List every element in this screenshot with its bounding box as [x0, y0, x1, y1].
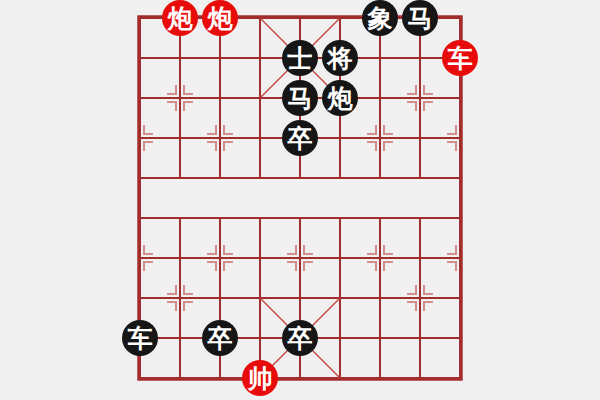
point-5-9: 卒 [280, 318, 320, 358]
point-3-6 [200, 198, 240, 238]
point-1-6 [120, 198, 160, 238]
point-4-5 [240, 158, 280, 198]
point-2-2 [160, 38, 200, 78]
point-1-8 [120, 278, 160, 318]
point-8-4 [400, 118, 440, 158]
point-7-3 [360, 78, 400, 118]
point-4-8 [240, 278, 280, 318]
point-5-7 [280, 238, 320, 278]
point-7-4 [360, 118, 400, 158]
point-8-1: 马 [400, 0, 440, 38]
point-3-1: 炮 [200, 0, 240, 38]
point-8-3 [400, 78, 440, 118]
point-2-7 [160, 238, 200, 278]
point-4-3 [240, 78, 280, 118]
point-9-8 [440, 278, 480, 318]
point-5-2: 士 [280, 38, 320, 78]
point-7-1: 象 [360, 0, 400, 38]
point-4-2 [240, 38, 280, 78]
point-5-3: 马 [280, 78, 320, 118]
point-1-1 [120, 0, 160, 38]
point-6-7 [320, 238, 360, 278]
black-pawn[interactable]: 卒 [202, 320, 238, 356]
red-chariot[interactable]: 车 [442, 40, 478, 76]
point-6-5 [320, 158, 360, 198]
point-2-10 [160, 358, 200, 398]
point-6-3: 炮 [320, 78, 360, 118]
point-4-7 [240, 238, 280, 278]
point-8-8 [400, 278, 440, 318]
point-2-4 [160, 118, 200, 158]
point-7-6 [360, 198, 400, 238]
point-3-4 [200, 118, 240, 158]
point-7-7 [360, 238, 400, 278]
point-8-9 [400, 318, 440, 358]
point-4-10: 帅 [240, 358, 280, 398]
point-3-5 [200, 158, 240, 198]
point-9-4 [440, 118, 480, 158]
point-9-2: 车 [440, 38, 480, 78]
point-9-10 [440, 358, 480, 398]
red-cannon[interactable]: 炮 [202, 0, 238, 36]
point-9-9 [440, 318, 480, 358]
black-pawn[interactable]: 卒 [282, 120, 318, 156]
point-8-7 [400, 238, 440, 278]
point-6-9 [320, 318, 360, 358]
point-9-5 [440, 158, 480, 198]
point-5-5 [280, 158, 320, 198]
black-advisor[interactable]: 士 [282, 40, 318, 76]
point-6-10 [320, 358, 360, 398]
black-general[interactable]: 将 [322, 40, 358, 76]
point-7-10 [360, 358, 400, 398]
point-2-6 [160, 198, 200, 238]
point-4-4 [240, 118, 280, 158]
point-4-6 [240, 198, 280, 238]
point-3-3 [200, 78, 240, 118]
point-2-9 [160, 318, 200, 358]
point-2-8 [160, 278, 200, 318]
point-4-9 [240, 318, 280, 358]
point-7-8 [360, 278, 400, 318]
point-3-2 [200, 38, 240, 78]
point-3-9: 卒 [200, 318, 240, 358]
point-8-2 [400, 38, 440, 78]
point-9-3 [440, 78, 480, 118]
point-3-8 [200, 278, 240, 318]
point-2-3 [160, 78, 200, 118]
point-1-9: 车 [120, 318, 160, 358]
black-pawn[interactable]: 卒 [282, 320, 318, 356]
point-1-10 [120, 358, 160, 398]
black-horse[interactable]: 马 [402, 0, 438, 36]
point-1-7 [120, 238, 160, 278]
black-elephant[interactable]: 象 [362, 0, 398, 36]
point-6-8 [320, 278, 360, 318]
point-5-10 [280, 358, 320, 398]
black-chariot[interactable]: 车 [122, 320, 158, 356]
black-cannon[interactable]: 炮 [322, 80, 358, 116]
point-9-1 [440, 0, 480, 38]
point-5-4: 卒 [280, 118, 320, 158]
point-4-1 [240, 0, 280, 38]
point-2-5 [160, 158, 200, 198]
red-general[interactable]: 帅 [242, 360, 278, 396]
xiangqi-board: 炮炮象马士将车马炮卒车卒卒帅 [0, 0, 600, 400]
point-5-6 [280, 198, 320, 238]
point-7-5 [360, 158, 400, 198]
point-1-4 [120, 118, 160, 158]
point-5-1 [280, 0, 320, 38]
red-cannon[interactable]: 炮 [162, 0, 198, 36]
black-horse[interactable]: 马 [282, 80, 318, 116]
point-9-6 [440, 198, 480, 238]
point-7-2 [360, 38, 400, 78]
point-8-10 [400, 358, 440, 398]
point-2-1: 炮 [160, 0, 200, 38]
point-7-9 [360, 318, 400, 358]
board-intersections: 炮炮象马士将车马炮卒车卒卒帅 [120, 0, 480, 398]
point-6-1 [320, 0, 360, 38]
point-5-8 [280, 278, 320, 318]
point-8-6 [400, 198, 440, 238]
point-3-7 [200, 238, 240, 278]
point-1-2 [120, 38, 160, 78]
point-8-5 [400, 158, 440, 198]
point-6-4 [320, 118, 360, 158]
point-1-5 [120, 158, 160, 198]
point-6-2: 将 [320, 38, 360, 78]
point-1-3 [120, 78, 160, 118]
point-9-7 [440, 238, 480, 278]
point-6-6 [320, 198, 360, 238]
point-3-10 [200, 358, 240, 398]
